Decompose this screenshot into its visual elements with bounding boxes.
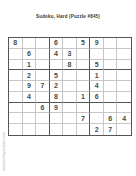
cell-r1c9 (117, 38, 131, 49)
cell-r3c9 (117, 60, 131, 71)
attribution-text: www.printmysudoku.com (2, 111, 6, 171)
cell-r6c5 (63, 92, 77, 103)
cell-r4c2: 2 (23, 70, 37, 81)
cell-r6c6: 1 (77, 92, 91, 103)
cell-r7c8 (104, 103, 118, 114)
cell-r4c5 (63, 70, 77, 81)
cell-r6c9 (117, 92, 131, 103)
cell-r5c1 (9, 81, 23, 92)
cell-r6c7: 6 (90, 92, 104, 103)
cell-r3c2: 1 (23, 60, 37, 71)
cell-r2c7 (90, 49, 104, 60)
cell-r9c6 (77, 124, 91, 135)
cell-r4c8 (104, 70, 118, 81)
cell-r2c9 (117, 49, 131, 60)
cell-r8c3 (36, 113, 50, 124)
cell-r7c4: 9 (50, 103, 64, 114)
cell-r6c1 (9, 92, 23, 103)
puzzle-page: Sudoku, Hard (Puzzle #845) 8659643185251… (0, 0, 136, 176)
cell-r7c1 (9, 103, 23, 114)
cell-r8c8: 6 (104, 113, 118, 124)
cell-r8c5 (63, 113, 77, 124)
page-title: Sudoku, Hard (Puzzle #845) (0, 14, 136, 19)
cell-r4c4: 5 (50, 70, 64, 81)
cell-r1c6: 5 (77, 38, 91, 49)
cell-r8c9: 4 (117, 113, 131, 124)
cell-r1c2 (23, 38, 37, 49)
cell-r4c3 (36, 70, 50, 81)
cell-r2c6 (77, 49, 91, 60)
cell-r2c8 (104, 49, 118, 60)
cell-r1c5 (63, 38, 77, 49)
sudoku-board: 8659643185251972448166976427 (8, 37, 132, 136)
cell-r3c5: 8 (63, 60, 77, 71)
cell-r4c1 (9, 70, 23, 81)
cell-r9c3 (36, 124, 50, 135)
cell-r5c9 (117, 81, 131, 92)
cell-r5c7: 4 (90, 81, 104, 92)
cell-r7c6 (77, 103, 91, 114)
cell-r1c1: 8 (9, 38, 23, 49)
cell-r2c1 (9, 49, 23, 60)
cell-r5c4: 2 (50, 81, 64, 92)
cell-r2c3 (36, 49, 50, 60)
cell-r6c4: 8 (50, 92, 64, 103)
cell-r2c4: 4 (50, 49, 64, 60)
cell-r3c7: 5 (90, 60, 104, 71)
cell-r8c7 (90, 113, 104, 124)
cell-r9c8: 7 (104, 124, 118, 135)
cell-r8c1 (9, 113, 23, 124)
cell-r9c5 (63, 124, 77, 135)
cell-r3c8 (104, 60, 118, 71)
cell-r3c4 (50, 60, 64, 71)
cell-r5c6 (77, 81, 91, 92)
cell-r9c1 (9, 124, 23, 135)
cell-r7c3: 6 (36, 103, 50, 114)
cell-r3c6 (77, 60, 91, 71)
cell-r4c6 (77, 70, 91, 81)
cell-r5c2: 9 (23, 81, 37, 92)
cell-r9c9 (117, 124, 131, 135)
cell-r5c8 (104, 81, 118, 92)
cell-r3c1 (9, 60, 23, 71)
cell-r5c5 (63, 81, 77, 92)
cell-r6c8 (104, 92, 118, 103)
cell-r5c3: 7 (36, 81, 50, 92)
cell-r7c2 (23, 103, 37, 114)
cell-r1c4: 6 (50, 38, 64, 49)
cell-r7c7 (90, 103, 104, 114)
cell-r6c2: 4 (23, 92, 37, 103)
cell-r7c9 (117, 103, 131, 114)
cell-r4c9 (117, 70, 131, 81)
cell-r1c7: 9 (90, 38, 104, 49)
cell-r9c7: 2 (90, 124, 104, 135)
cell-r9c2 (23, 124, 37, 135)
cell-r2c2: 6 (23, 49, 37, 60)
cell-r8c4 (50, 113, 64, 124)
cell-r1c8 (104, 38, 118, 49)
cell-r7c5 (63, 103, 77, 114)
cell-r2c5: 3 (63, 49, 77, 60)
cell-r1c3 (36, 38, 50, 49)
cell-r3c3 (36, 60, 50, 71)
cell-r8c2 (23, 113, 37, 124)
cell-r9c4 (50, 124, 64, 135)
cell-r6c3 (36, 92, 50, 103)
cell-r8c6: 7 (77, 113, 91, 124)
cell-r4c7: 1 (90, 70, 104, 81)
